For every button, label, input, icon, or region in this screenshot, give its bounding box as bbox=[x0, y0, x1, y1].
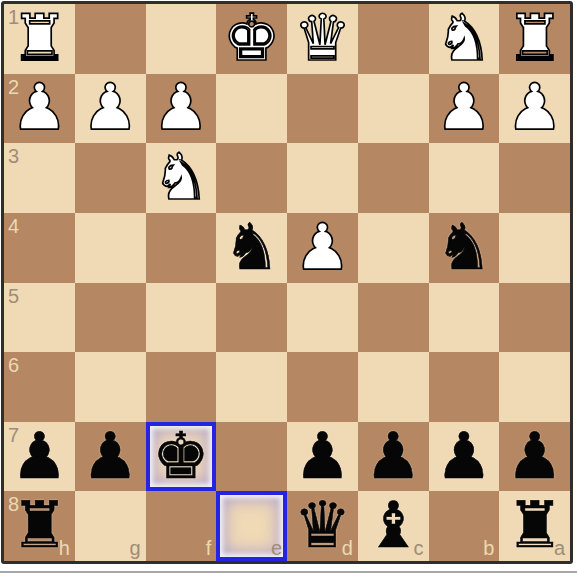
square-a7[interactable]: ♟ bbox=[499, 422, 570, 492]
piece-black-queen[interactable]: ♛ bbox=[294, 493, 351, 557]
square-d4[interactable]: ♟ bbox=[287, 213, 358, 283]
piece-white-rook[interactable]: ♜ bbox=[506, 6, 563, 70]
square-a3[interactable] bbox=[499, 143, 570, 213]
bottom-divider-line bbox=[0, 571, 577, 573]
square-f2[interactable]: ♟ bbox=[146, 74, 217, 144]
square-e1[interactable]: ♚ bbox=[216, 4, 287, 74]
square-d3[interactable] bbox=[287, 143, 358, 213]
square-e8[interactable]: e bbox=[216, 491, 287, 561]
square-d1[interactable]: ♛ bbox=[287, 4, 358, 74]
piece-black-knight[interactable]: ♞ bbox=[435, 215, 492, 279]
file-label-e: e bbox=[271, 538, 282, 558]
square-g3[interactable] bbox=[75, 143, 146, 213]
square-c1[interactable] bbox=[358, 4, 429, 74]
piece-white-rook[interactable]: ♜ bbox=[11, 6, 68, 70]
square-e5[interactable] bbox=[216, 283, 287, 353]
square-c3[interactable] bbox=[358, 143, 429, 213]
square-g7[interactable]: ♟ bbox=[75, 422, 146, 492]
square-h3[interactable]: 3 bbox=[4, 143, 75, 213]
square-h5[interactable]: 5 bbox=[4, 283, 75, 353]
piece-white-pawn[interactable]: ♟ bbox=[81, 75, 138, 139]
piece-black-knight[interactable]: ♞ bbox=[223, 215, 280, 279]
square-d8[interactable]: d♛ bbox=[287, 491, 358, 561]
square-e3[interactable] bbox=[216, 143, 287, 213]
square-b2[interactable]: ♟ bbox=[429, 74, 500, 144]
piece-white-pawn[interactable]: ♟ bbox=[435, 75, 492, 139]
piece-black-king[interactable]: ♚ bbox=[152, 424, 209, 488]
piece-white-knight[interactable]: ♞ bbox=[152, 145, 209, 209]
square-g5[interactable] bbox=[75, 283, 146, 353]
square-h7[interactable]: 7♟ bbox=[4, 422, 75, 492]
piece-white-pawn[interactable]: ♟ bbox=[294, 215, 351, 279]
piece-white-queen[interactable]: ♛ bbox=[294, 6, 351, 70]
square-f3[interactable]: ♞ bbox=[146, 143, 217, 213]
square-f4[interactable] bbox=[146, 213, 217, 283]
square-b8[interactable]: b bbox=[429, 491, 500, 561]
square-c6[interactable] bbox=[358, 352, 429, 422]
piece-white-pawn[interactable]: ♟ bbox=[506, 75, 563, 139]
square-c7[interactable]: ♟ bbox=[358, 422, 429, 492]
square-c2[interactable] bbox=[358, 74, 429, 144]
square-b1[interactable]: ♞ bbox=[429, 4, 500, 74]
board-frame: 1♜♚♛♞♜2♟♟♟♟♟3♞4♞♟♞567♟♟♚♟♟♟♟8h♜gfed♛c♝ba… bbox=[1, 1, 573, 564]
square-d2[interactable] bbox=[287, 74, 358, 144]
piece-black-pawn[interactable]: ♟ bbox=[435, 424, 492, 488]
square-a6[interactable] bbox=[499, 352, 570, 422]
piece-black-rook[interactable]: ♜ bbox=[11, 493, 68, 557]
square-f8[interactable]: f bbox=[146, 491, 217, 561]
square-d7[interactable]: ♟ bbox=[287, 422, 358, 492]
piece-white-pawn[interactable]: ♟ bbox=[11, 75, 68, 139]
square-e6[interactable] bbox=[216, 352, 287, 422]
square-b4[interactable]: ♞ bbox=[429, 213, 500, 283]
square-h4[interactable]: 4 bbox=[4, 213, 75, 283]
piece-white-king[interactable]: ♚ bbox=[223, 6, 280, 70]
file-label-g: g bbox=[129, 538, 140, 558]
square-e7[interactable] bbox=[216, 422, 287, 492]
chess-board: 1♜♚♛♞♜2♟♟♟♟♟3♞4♞♟♞567♟♟♚♟♟♟♟8h♜gfed♛c♝ba… bbox=[4, 4, 570, 561]
piece-black-pawn[interactable]: ♟ bbox=[364, 424, 421, 488]
square-h8[interactable]: 8h♜ bbox=[4, 491, 75, 561]
square-e4[interactable]: ♞ bbox=[216, 213, 287, 283]
square-g1[interactable] bbox=[75, 4, 146, 74]
square-c8[interactable]: c♝ bbox=[358, 491, 429, 561]
rank-label-5: 5 bbox=[8, 286, 19, 306]
piece-black-bishop[interactable]: ♝ bbox=[364, 493, 421, 557]
file-label-f: f bbox=[206, 538, 212, 558]
square-d6[interactable] bbox=[287, 352, 358, 422]
rank-label-4: 4 bbox=[8, 216, 19, 236]
square-f5[interactable] bbox=[146, 283, 217, 353]
square-c5[interactable] bbox=[358, 283, 429, 353]
square-h1[interactable]: 1♜ bbox=[4, 4, 75, 74]
square-b7[interactable]: ♟ bbox=[429, 422, 500, 492]
square-b3[interactable] bbox=[429, 143, 500, 213]
square-a4[interactable] bbox=[499, 213, 570, 283]
piece-black-pawn[interactable]: ♟ bbox=[11, 424, 68, 488]
square-d5[interactable] bbox=[287, 283, 358, 353]
piece-black-rook[interactable]: ♜ bbox=[506, 493, 563, 557]
square-c4[interactable] bbox=[358, 213, 429, 283]
square-f1[interactable] bbox=[146, 4, 217, 74]
piece-black-pawn[interactable]: ♟ bbox=[506, 424, 563, 488]
rank-label-6: 6 bbox=[8, 355, 19, 375]
square-b5[interactable] bbox=[429, 283, 500, 353]
square-h6[interactable]: 6 bbox=[4, 352, 75, 422]
piece-black-pawn[interactable]: ♟ bbox=[294, 424, 351, 488]
square-g6[interactable] bbox=[75, 352, 146, 422]
square-g4[interactable] bbox=[75, 213, 146, 283]
square-b6[interactable] bbox=[429, 352, 500, 422]
square-e2[interactable] bbox=[216, 74, 287, 144]
square-f6[interactable] bbox=[146, 352, 217, 422]
rank-label-3: 3 bbox=[8, 146, 19, 166]
page-container: 1♜♚♛♞♜2♟♟♟♟♟3♞4♞♟♞567♟♟♚♟♟♟♟8h♜gfed♛c♝ba… bbox=[0, 0, 577, 576]
file-label-b: b bbox=[483, 538, 494, 558]
square-g8[interactable]: g bbox=[75, 491, 146, 561]
square-a5[interactable] bbox=[499, 283, 570, 353]
square-g2[interactable]: ♟ bbox=[75, 74, 146, 144]
square-h2[interactable]: 2♟ bbox=[4, 74, 75, 144]
square-f7[interactable]: ♚ bbox=[146, 422, 217, 492]
square-a2[interactable]: ♟ bbox=[499, 74, 570, 144]
piece-black-pawn[interactable]: ♟ bbox=[81, 424, 138, 488]
piece-white-knight[interactable]: ♞ bbox=[435, 6, 492, 70]
square-a1[interactable]: ♜ bbox=[499, 4, 570, 74]
square-a8[interactable]: a♜ bbox=[499, 491, 570, 561]
piece-white-pawn[interactable]: ♟ bbox=[152, 75, 209, 139]
